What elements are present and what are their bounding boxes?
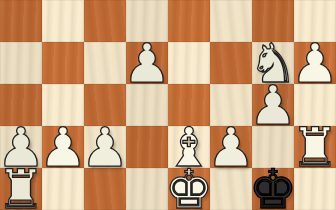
square-a1[interactable]: ♜: [0, 168, 42, 210]
white-pawn[interactable]: ♟: [294, 42, 336, 84]
white-pawn[interactable]: ♟: [84, 126, 126, 168]
square-b1[interactable]: [42, 168, 84, 210]
square-h1[interactable]: [294, 168, 336, 210]
square-b2[interactable]: ♟: [42, 126, 84, 168]
square-e5[interactable]: [168, 0, 210, 42]
square-e4[interactable]: [168, 42, 210, 84]
white-pawn[interactable]: ♟: [126, 42, 168, 84]
square-c4[interactable]: [84, 42, 126, 84]
square-c5[interactable]: [84, 0, 126, 42]
black-king[interactable]: ♚: [252, 168, 294, 210]
white-rook[interactable]: ♜: [294, 126, 336, 168]
square-d2[interactable]: [126, 126, 168, 168]
square-d1[interactable]: [126, 168, 168, 210]
white-pawn[interactable]: ♟: [42, 126, 84, 168]
square-a4[interactable]: [0, 42, 42, 84]
square-g1[interactable]: ♚: [252, 168, 294, 210]
white-king[interactable]: ♚: [168, 168, 210, 210]
square-h4[interactable]: ♟: [294, 42, 336, 84]
square-b5[interactable]: [42, 0, 84, 42]
square-f2[interactable]: ♟: [210, 126, 252, 168]
square-g3[interactable]: ♟: [252, 84, 294, 126]
square-b4[interactable]: [42, 42, 84, 84]
white-rook[interactable]: ♜: [0, 168, 42, 210]
square-f4[interactable]: [210, 42, 252, 84]
white-pawn[interactable]: ♟: [252, 84, 294, 126]
square-a5[interactable]: [0, 0, 42, 42]
square-d4[interactable]: ♟: [126, 42, 168, 84]
square-e1[interactable]: ♚: [168, 168, 210, 210]
square-f5[interactable]: [210, 0, 252, 42]
white-pawn[interactable]: ♟: [210, 126, 252, 168]
square-c2[interactable]: ♟: [84, 126, 126, 168]
square-d3[interactable]: [126, 84, 168, 126]
square-h2[interactable]: ♜: [294, 126, 336, 168]
chess-board: ♟♞♟♟♟♟♟♝♟♜♜♚♚: [0, 0, 336, 210]
